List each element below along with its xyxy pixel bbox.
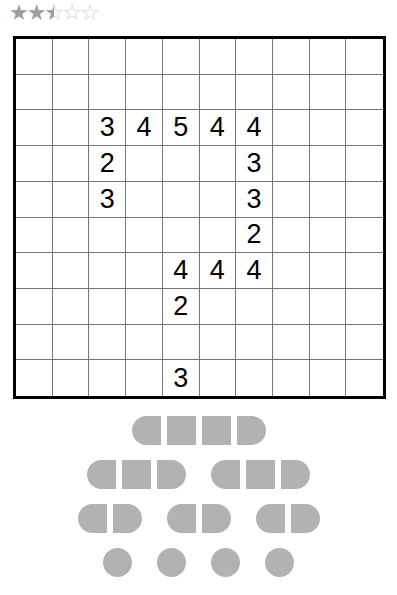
- ship-segment-single-icon: [211, 548, 240, 577]
- cell-r10c7[interactable]: [236, 360, 273, 396]
- cell-r3c5: 5: [163, 110, 200, 146]
- cell-r9c4[interactable]: [126, 325, 163, 361]
- ship-segment-cap-left-icon: [211, 460, 240, 489]
- cell-r2c3[interactable]: [89, 75, 126, 111]
- ship-segment-cap-right-icon: [237, 416, 266, 445]
- cell-r4c10[interactable]: [346, 146, 383, 182]
- difficulty-rating: ★★☆★☆☆: [9, 0, 98, 27]
- cell-r4c9[interactable]: [310, 146, 347, 182]
- fleet-legend: [0, 416, 397, 577]
- cell-r1c3[interactable]: [89, 39, 126, 75]
- cell-r9c5[interactable]: [163, 325, 200, 361]
- cell-r10c4[interactable]: [126, 360, 163, 396]
- puzzle-board: 345442333244423: [13, 36, 386, 399]
- cell-r3c7: 4: [236, 110, 273, 146]
- cell-r8c3[interactable]: [89, 289, 126, 325]
- ship-segment-cap-right-icon: [202, 504, 231, 533]
- cell-r5c8[interactable]: [273, 182, 310, 218]
- cell-r4c5[interactable]: [163, 146, 200, 182]
- cell-r1c7[interactable]: [236, 39, 273, 75]
- cell-r2c2[interactable]: [53, 75, 90, 111]
- cell-r6c3[interactable]: [89, 218, 126, 254]
- cell-r2c9[interactable]: [310, 75, 347, 111]
- cell-r8c7[interactable]: [236, 289, 273, 325]
- cell-r5c9[interactable]: [310, 182, 347, 218]
- fleet-row: [103, 548, 294, 577]
- cell-r2c4[interactable]: [126, 75, 163, 111]
- cell-r5c4[interactable]: [126, 182, 163, 218]
- cell-r5c7: 3: [236, 182, 273, 218]
- ship-segment-mid-icon: [202, 416, 231, 445]
- cell-r9c7[interactable]: [236, 325, 273, 361]
- star-half-fill: ★: [44, 0, 54, 27]
- ship-2: [78, 504, 142, 533]
- cell-r4c1[interactable]: [16, 146, 53, 182]
- cell-r7c7: 4: [236, 253, 273, 289]
- ship-1: [157, 548, 186, 577]
- cell-r3c2[interactable]: [53, 110, 90, 146]
- ship-1: [211, 548, 240, 577]
- ship-segment-cap-right-icon: [281, 460, 310, 489]
- cell-r3c3: 3: [89, 110, 126, 146]
- ship-segment-cap-left-icon: [87, 460, 116, 489]
- cell-r1c4[interactable]: [126, 39, 163, 75]
- ship-2: [256, 504, 320, 533]
- ship-segment-cap-right-icon: [113, 504, 142, 533]
- cell-r5c3: 3: [89, 182, 126, 218]
- cell-r4c2[interactable]: [53, 146, 90, 182]
- cell-r10c5: 3: [163, 360, 200, 396]
- ship-segment-cap-left-icon: [167, 504, 196, 533]
- ship-segment-cap-left-icon: [132, 416, 161, 445]
- cell-r5c1[interactable]: [16, 182, 53, 218]
- cell-r6c5[interactable]: [163, 218, 200, 254]
- cell-r1c10[interactable]: [346, 39, 383, 75]
- cell-r9c9[interactable]: [310, 325, 347, 361]
- ship-segment-mid-icon: [167, 416, 196, 445]
- cell-r10c2[interactable]: [53, 360, 90, 396]
- cell-r2c10[interactable]: [346, 75, 383, 111]
- cell-r3c1[interactable]: [16, 110, 53, 146]
- ship-segment-cap-right-icon: [291, 504, 320, 533]
- cell-r6c4[interactable]: [126, 218, 163, 254]
- cell-r8c6[interactable]: [200, 289, 237, 325]
- cell-r10c9[interactable]: [310, 360, 347, 396]
- cell-r10c8[interactable]: [273, 360, 310, 396]
- cell-r9c6[interactable]: [200, 325, 237, 361]
- cell-r9c2[interactable]: [53, 325, 90, 361]
- cell-r9c8[interactable]: [273, 325, 310, 361]
- cell-r6c1[interactable]: [16, 218, 53, 254]
- cell-r5c10[interactable]: [346, 182, 383, 218]
- cell-r7c2[interactable]: [53, 253, 90, 289]
- star-full-icon: ★: [9, 0, 27, 27]
- cell-r6c7: 2: [236, 218, 273, 254]
- cell-r10c1[interactable]: [16, 360, 53, 396]
- ship-3: [211, 460, 310, 489]
- cell-r4c7: 3: [236, 146, 273, 182]
- cell-r9c10[interactable]: [346, 325, 383, 361]
- cell-r5c6[interactable]: [200, 182, 237, 218]
- cell-r9c1[interactable]: [16, 325, 53, 361]
- cell-r1c1[interactable]: [16, 39, 53, 75]
- cell-r7c3[interactable]: [89, 253, 126, 289]
- ship-4: [132, 416, 266, 445]
- ship-2: [167, 504, 231, 533]
- cell-r9c3[interactable]: [89, 325, 126, 361]
- cell-r6c2[interactable]: [53, 218, 90, 254]
- cell-r3c10[interactable]: [346, 110, 383, 146]
- cell-r6c8[interactable]: [273, 218, 310, 254]
- cell-r3c9[interactable]: [310, 110, 347, 146]
- cell-r8c10[interactable]: [346, 289, 383, 325]
- cell-r6c10[interactable]: [346, 218, 383, 254]
- cell-r1c2[interactable]: [53, 39, 90, 75]
- ship-segment-single-icon: [103, 548, 132, 577]
- cell-r2c1[interactable]: [16, 75, 53, 111]
- cell-r6c9[interactable]: [310, 218, 347, 254]
- ship-3: [87, 460, 186, 489]
- cell-r4c4[interactable]: [126, 146, 163, 182]
- ship-segment-cap-left-icon: [256, 504, 285, 533]
- cell-r10c10[interactable]: [346, 360, 383, 396]
- ship-segment-cap-left-icon: [78, 504, 107, 533]
- cell-r8c5: 2: [163, 289, 200, 325]
- cell-r1c8[interactable]: [273, 39, 310, 75]
- cell-r8c4[interactable]: [126, 289, 163, 325]
- cell-r7c10[interactable]: [346, 253, 383, 289]
- ship-1: [265, 548, 294, 577]
- cell-r2c5[interactable]: [163, 75, 200, 111]
- ship-segment-single-icon: [265, 548, 294, 577]
- ship-segment-mid-icon: [122, 460, 151, 489]
- cell-r7c9[interactable]: [310, 253, 347, 289]
- cell-r4c8[interactable]: [273, 146, 310, 182]
- cell-r2c7[interactable]: [236, 75, 273, 111]
- fleet-row: [87, 460, 310, 489]
- cell-r2c8[interactable]: [273, 75, 310, 111]
- cell-r8c8[interactable]: [273, 289, 310, 325]
- cell-r1c9[interactable]: [310, 39, 347, 75]
- star-empty-icon: ☆: [80, 0, 98, 27]
- cell-r3c4: 4: [126, 110, 163, 146]
- ship-segment-cap-right-icon: [157, 460, 186, 489]
- cell-r7c5: 4: [163, 253, 200, 289]
- cell-r2c6[interactable]: [200, 75, 237, 111]
- cell-r1c5[interactable]: [163, 39, 200, 75]
- fleet-row: [78, 504, 320, 533]
- star-half-icon: ☆★: [44, 0, 62, 27]
- cell-r8c2[interactable]: [53, 289, 90, 325]
- cell-r3c8[interactable]: [273, 110, 310, 146]
- ship-1: [103, 548, 132, 577]
- star-empty-icon: ☆: [62, 0, 80, 27]
- cell-r6c6[interactable]: [200, 218, 237, 254]
- cell-r3c6: 4: [200, 110, 237, 146]
- ship-segment-mid-icon: [246, 460, 275, 489]
- cell-r10c6[interactable]: [200, 360, 237, 396]
- cell-r7c1[interactable]: [16, 253, 53, 289]
- star-full-icon: ★: [27, 0, 45, 27]
- fleet-row: [132, 416, 266, 445]
- cell-r4c3: 2: [89, 146, 126, 182]
- cell-r8c9[interactable]: [310, 289, 347, 325]
- cell-r10c3[interactable]: [89, 360, 126, 396]
- cell-r7c6: 4: [200, 253, 237, 289]
- cell-r5c5[interactable]: [163, 182, 200, 218]
- ship-segment-single-icon: [157, 548, 186, 577]
- cell-r1c6[interactable]: [200, 39, 237, 75]
- cell-r4c6[interactable]: [200, 146, 237, 182]
- cell-r7c4[interactable]: [126, 253, 163, 289]
- cell-r7c8[interactable]: [273, 253, 310, 289]
- cell-r5c2[interactable]: [53, 182, 90, 218]
- cell-r8c1[interactable]: [16, 289, 53, 325]
